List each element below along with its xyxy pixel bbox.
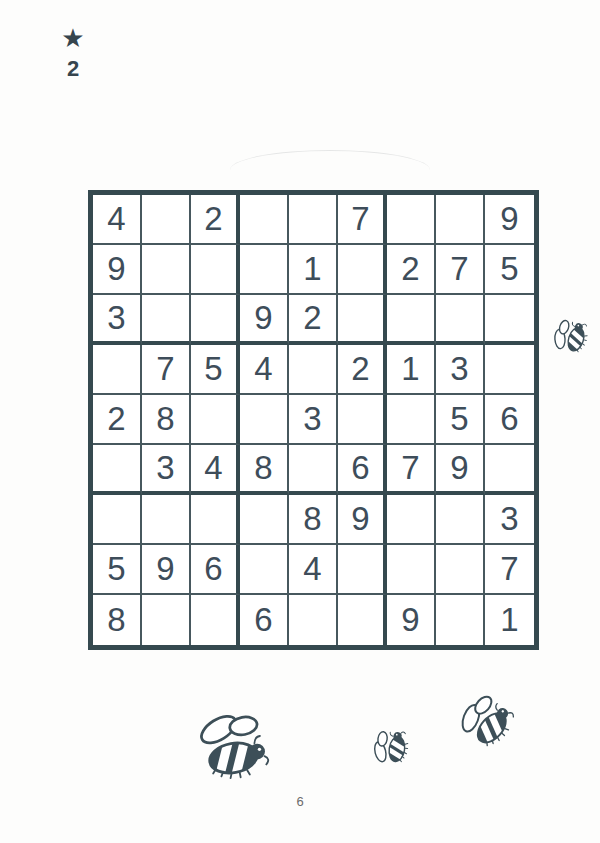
cell-r9c8[interactable]: [436, 595, 485, 645]
cell-r1c5[interactable]: [289, 195, 338, 245]
bee-right-margin-icon: [549, 318, 595, 352]
cell-r7c7[interactable]: [387, 495, 436, 545]
cell-r5c5[interactable]: 3: [289, 395, 338, 445]
cell-r7c3[interactable]: [191, 495, 240, 545]
bee-bottom-tilted-icon: [456, 696, 522, 744]
cell-r5c4[interactable]: [240, 395, 289, 445]
cell-r6c9[interactable]: [485, 445, 534, 495]
cell-r5c3[interactable]: [191, 395, 240, 445]
cell-r6c2[interactable]: 3: [142, 445, 191, 495]
cell-r1c9[interactable]: 9: [485, 195, 534, 245]
cell-r2c4[interactable]: [240, 245, 289, 295]
cell-r5c7[interactable]: [387, 395, 436, 445]
cell-r6c1[interactable]: [93, 445, 142, 495]
cell-r8c1[interactable]: 5: [93, 545, 142, 595]
cell-r9c2[interactable]: [142, 595, 191, 645]
cell-r9c9[interactable]: 1: [485, 595, 534, 645]
cell-r1c8[interactable]: [436, 195, 485, 245]
cell-r9c5[interactable]: [289, 595, 338, 645]
cell-r8c3[interactable]: 6: [191, 545, 240, 595]
cell-r6c5[interactable]: [289, 445, 338, 495]
cell-r8c5[interactable]: 4: [289, 545, 338, 595]
cell-r4c8[interactable]: 3: [436, 345, 485, 395]
cell-r3c8[interactable]: [436, 295, 485, 345]
cell-r2c2[interactable]: [142, 245, 191, 295]
cell-r9c1[interactable]: 8: [93, 595, 142, 645]
cell-r7c5[interactable]: 8: [289, 495, 338, 545]
cell-r2c1[interactable]: 9: [93, 245, 142, 295]
cell-r8c8[interactable]: [436, 545, 485, 595]
cell-r7c4[interactable]: [240, 495, 289, 545]
cell-r8c4[interactable]: [240, 545, 289, 595]
cell-r4c2[interactable]: 7: [142, 345, 191, 395]
cell-r7c8[interactable]: [436, 495, 485, 545]
cell-r5c1[interactable]: 2: [93, 395, 142, 445]
cell-r1c6[interactable]: 7: [338, 195, 387, 245]
cell-r6c8[interactable]: 9: [436, 445, 485, 495]
cell-r9c3[interactable]: [191, 595, 240, 645]
cell-r3c9[interactable]: [485, 295, 534, 345]
cell-r8c7[interactable]: [387, 545, 436, 595]
cell-r3c7[interactable]: [387, 295, 436, 345]
cell-r3c6[interactable]: [338, 295, 387, 345]
cell-r6c6[interactable]: 6: [338, 445, 387, 495]
cell-r7c1[interactable]: [93, 495, 142, 545]
cell-r8c6[interactable]: [338, 545, 387, 595]
cell-r2c5[interactable]: 1: [289, 245, 338, 295]
cell-r9c6[interactable]: [338, 595, 387, 645]
cell-r5c9[interactable]: 6: [485, 395, 534, 445]
cell-r3c3[interactable]: [191, 295, 240, 345]
cell-r5c6[interactable]: [338, 395, 387, 445]
cell-r1c4[interactable]: [240, 195, 289, 245]
bee-bottom-small-icon: [368, 728, 416, 763]
cell-r1c7[interactable]: [387, 195, 436, 245]
difficulty-block: ★ 2: [56, 24, 90, 84]
cell-r7c9[interactable]: 3: [485, 495, 534, 545]
cell-r4c7[interactable]: 1: [387, 345, 436, 395]
cell-r6c7[interactable]: 7: [387, 445, 436, 495]
cell-r1c2[interactable]: [142, 195, 191, 245]
cell-r2c6[interactable]: [338, 245, 387, 295]
page-number: 6: [0, 794, 600, 809]
cell-r4c6[interactable]: 2: [338, 345, 387, 395]
cell-r4c1[interactable]: [93, 345, 142, 395]
cell-r4c4[interactable]: 4: [240, 345, 289, 395]
cell-r5c8[interactable]: 5: [436, 395, 485, 445]
cell-r9c7[interactable]: 9: [387, 595, 436, 645]
cell-r1c3[interactable]: 2: [191, 195, 240, 245]
puzzle-number: 2: [56, 54, 90, 84]
bee-bottom-large-icon: [191, 714, 283, 780]
sudoku-board: 4279912753927542132835634867989359647869…: [88, 190, 539, 650]
cell-r9c4[interactable]: 6: [240, 595, 289, 645]
cell-r3c5[interactable]: 2: [289, 295, 338, 345]
cell-r7c2[interactable]: [142, 495, 191, 545]
cell-r2c8[interactable]: 7: [436, 245, 485, 295]
cell-r6c3[interactable]: 4: [191, 445, 240, 495]
cell-r8c2[interactable]: 9: [142, 545, 191, 595]
cell-r5c2[interactable]: 8: [142, 395, 191, 445]
cell-r4c3[interactable]: 5: [191, 345, 240, 395]
cell-r6c4[interactable]: 8: [240, 445, 289, 495]
cell-r8c9[interactable]: 7: [485, 545, 534, 595]
cell-r2c7[interactable]: 2: [387, 245, 436, 295]
scan-artifact: [230, 150, 430, 170]
cell-r1c1[interactable]: 4: [93, 195, 142, 245]
cell-r2c3[interactable]: [191, 245, 240, 295]
cell-r3c4[interactable]: 9: [240, 295, 289, 345]
cell-r4c9[interactable]: [485, 345, 534, 395]
difficulty-star-icon: ★: [56, 24, 90, 52]
cell-r2c9[interactable]: 5: [485, 245, 534, 295]
cell-r7c6[interactable]: 9: [338, 495, 387, 545]
cell-r3c2[interactable]: [142, 295, 191, 345]
cell-r3c1[interactable]: 3: [93, 295, 142, 345]
cell-r4c5[interactable]: [289, 345, 338, 395]
